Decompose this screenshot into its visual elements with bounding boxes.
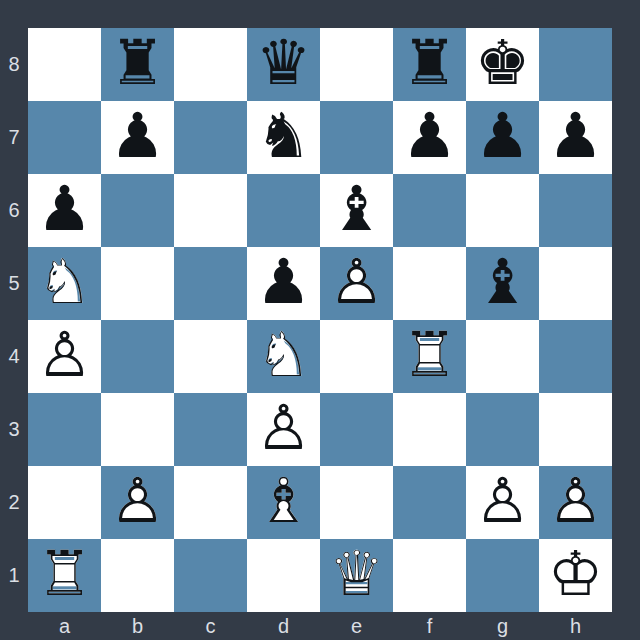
queen-outline-glyph: ♕ xyxy=(320,537,393,610)
rank-label-4: 4 xyxy=(0,320,28,393)
piece-black-pawn[interactable]: ♟ xyxy=(393,101,466,174)
square-b6[interactable] xyxy=(101,174,174,247)
square-b1[interactable] xyxy=(101,539,174,612)
square-b7[interactable]: ♟ xyxy=(101,101,174,174)
pawn-solid-glyph: ♟ xyxy=(101,99,174,172)
square-g5[interactable]: ♝ xyxy=(466,247,539,320)
square-a4[interactable]: ♟♙ xyxy=(28,320,101,393)
square-d6[interactable] xyxy=(247,174,320,247)
chess-board: ♜♛♜♚♟♞♟♟♟♟♝♞♘♟♟♙♝♟♙♞♘♜♖♟♙♟♙♝♗♟♙♟♙♜♖♛♕♚♔ xyxy=(28,28,612,612)
piece-white-pawn[interactable]: ♟♙ xyxy=(28,320,101,393)
piece-white-pawn[interactable]: ♟♙ xyxy=(247,393,320,466)
rook-solid-glyph: ♜ xyxy=(393,26,466,99)
file-label-f: f xyxy=(393,612,466,640)
square-a7[interactable] xyxy=(28,101,101,174)
rank-label-6: 6 xyxy=(0,174,28,247)
square-e8[interactable] xyxy=(320,28,393,101)
square-f3[interactable] xyxy=(393,393,466,466)
piece-black-pawn[interactable]: ♟ xyxy=(247,247,320,320)
queen-solid-glyph: ♛ xyxy=(247,26,320,99)
square-f6[interactable] xyxy=(393,174,466,247)
square-c7[interactable] xyxy=(174,101,247,174)
square-g3[interactable] xyxy=(466,393,539,466)
square-h3[interactable] xyxy=(539,393,612,466)
rank-labels: 87654321 xyxy=(0,28,28,612)
square-g4[interactable] xyxy=(466,320,539,393)
piece-black-rook[interactable]: ♜ xyxy=(393,28,466,101)
square-g2[interactable]: ♟♙ xyxy=(466,466,539,539)
file-label-g: g xyxy=(466,612,539,640)
rook-solid-glyph: ♜ xyxy=(101,26,174,99)
piece-black-pawn[interactable]: ♟ xyxy=(28,174,101,247)
square-d1[interactable] xyxy=(247,539,320,612)
pawn-outline-glyph: ♙ xyxy=(320,245,393,318)
square-h5[interactable] xyxy=(539,247,612,320)
pawn-outline-glyph: ♙ xyxy=(539,464,612,537)
square-d5[interactable]: ♟ xyxy=(247,247,320,320)
square-g6[interactable] xyxy=(466,174,539,247)
piece-white-rook[interactable]: ♜♖ xyxy=(393,320,466,393)
square-f4[interactable]: ♜♖ xyxy=(393,320,466,393)
piece-white-pawn[interactable]: ♟♙ xyxy=(101,466,174,539)
square-c1[interactable] xyxy=(174,539,247,612)
pawn-solid-glyph: ♟ xyxy=(393,99,466,172)
piece-white-rook[interactable]: ♜♖ xyxy=(28,539,101,612)
rank-label-5: 5 xyxy=(0,247,28,320)
rook-outline-glyph: ♖ xyxy=(393,318,466,391)
square-a5[interactable]: ♞♘ xyxy=(28,247,101,320)
square-a8[interactable] xyxy=(28,28,101,101)
square-b8[interactable]: ♜ xyxy=(101,28,174,101)
square-d3[interactable]: ♟♙ xyxy=(247,393,320,466)
square-f1[interactable] xyxy=(393,539,466,612)
square-e1[interactable]: ♛♕ xyxy=(320,539,393,612)
piece-black-king[interactable]: ♚ xyxy=(466,28,539,101)
square-c4[interactable] xyxy=(174,320,247,393)
pawn-solid-glyph: ♟ xyxy=(247,245,320,318)
square-a6[interactable]: ♟ xyxy=(28,174,101,247)
square-h4[interactable] xyxy=(539,320,612,393)
square-e5[interactable]: ♟♙ xyxy=(320,247,393,320)
square-f5[interactable] xyxy=(393,247,466,320)
file-label-e: e xyxy=(320,612,393,640)
pawn-solid-glyph: ♟ xyxy=(28,172,101,245)
rook-outline-glyph: ♖ xyxy=(28,537,101,610)
pawn-solid-glyph: ♟ xyxy=(539,99,612,172)
file-label-h: h xyxy=(539,612,612,640)
rank-label-7: 7 xyxy=(0,101,28,174)
piece-black-pawn[interactable]: ♟ xyxy=(466,101,539,174)
square-e7[interactable] xyxy=(320,101,393,174)
square-a3[interactable] xyxy=(28,393,101,466)
file-labels: abcdefgh xyxy=(28,612,612,640)
file-label-c: c xyxy=(174,612,247,640)
rank-label-3: 3 xyxy=(0,393,28,466)
rank-label-1: 1 xyxy=(0,539,28,612)
square-d8[interactable]: ♛ xyxy=(247,28,320,101)
knight-outline-glyph: ♘ xyxy=(247,318,320,391)
piece-black-bishop[interactable]: ♝ xyxy=(320,174,393,247)
square-c8[interactable] xyxy=(174,28,247,101)
square-g1[interactable] xyxy=(466,539,539,612)
rank-label-8: 8 xyxy=(0,28,28,101)
square-f2[interactable] xyxy=(393,466,466,539)
square-c2[interactable] xyxy=(174,466,247,539)
piece-white-king[interactable]: ♚♔ xyxy=(539,539,612,612)
file-label-b: b xyxy=(101,612,174,640)
piece-black-pawn[interactable]: ♟ xyxy=(101,101,174,174)
square-e2[interactable] xyxy=(320,466,393,539)
piece-white-pawn[interactable]: ♟♙ xyxy=(320,247,393,320)
square-h6[interactable] xyxy=(539,174,612,247)
piece-black-rook[interactable]: ♜ xyxy=(101,28,174,101)
square-b4[interactable] xyxy=(101,320,174,393)
square-h1[interactable]: ♚♔ xyxy=(539,539,612,612)
chess-app: 87654321 ♜♛♜♚♟♞♟♟♟♟♝♞♘♟♟♙♝♟♙♞♘♜♖♟♙♟♙♝♗♟♙… xyxy=(0,0,640,640)
bishop-solid-glyph: ♝ xyxy=(466,245,539,318)
square-h8[interactable] xyxy=(539,28,612,101)
pawn-outline-glyph: ♙ xyxy=(466,464,539,537)
pawn-outline-glyph: ♙ xyxy=(101,464,174,537)
square-h7[interactable]: ♟ xyxy=(539,101,612,174)
king-solid-glyph: ♚ xyxy=(466,26,539,99)
square-e4[interactable] xyxy=(320,320,393,393)
square-d2[interactable]: ♝♗ xyxy=(247,466,320,539)
knight-outline-glyph: ♘ xyxy=(28,245,101,318)
square-c5[interactable] xyxy=(174,247,247,320)
piece-white-knight[interactable]: ♞♘ xyxy=(247,320,320,393)
pawn-solid-glyph: ♟ xyxy=(466,99,539,172)
piece-white-queen[interactable]: ♛♕ xyxy=(320,539,393,612)
rank-label-2: 2 xyxy=(0,466,28,539)
square-d4[interactable]: ♞♘ xyxy=(247,320,320,393)
square-b2[interactable]: ♟♙ xyxy=(101,466,174,539)
knight-solid-glyph: ♞ xyxy=(247,99,320,172)
piece-white-bishop[interactable]: ♝♗ xyxy=(247,466,320,539)
square-f8[interactable]: ♜ xyxy=(393,28,466,101)
piece-white-pawn[interactable]: ♟♙ xyxy=(539,466,612,539)
file-label-a: a xyxy=(28,612,101,640)
piece-black-pawn[interactable]: ♟ xyxy=(539,101,612,174)
square-a2[interactable] xyxy=(28,466,101,539)
piece-black-knight[interactable]: ♞ xyxy=(247,101,320,174)
file-label-d: d xyxy=(247,612,320,640)
square-e6[interactable]: ♝ xyxy=(320,174,393,247)
piece-white-knight[interactable]: ♞♘ xyxy=(28,247,101,320)
king-outline-glyph: ♔ xyxy=(539,537,612,610)
piece-black-queen[interactable]: ♛ xyxy=(247,28,320,101)
piece-black-bishop[interactable]: ♝ xyxy=(466,247,539,320)
square-b5[interactable] xyxy=(101,247,174,320)
square-e3[interactable] xyxy=(320,393,393,466)
square-h2[interactable]: ♟♙ xyxy=(539,466,612,539)
pawn-outline-glyph: ♙ xyxy=(247,391,320,464)
square-g8[interactable]: ♚ xyxy=(466,28,539,101)
bishop-solid-glyph: ♝ xyxy=(320,172,393,245)
bishop-outline-glyph: ♗ xyxy=(247,464,320,537)
square-d7[interactable]: ♞ xyxy=(247,101,320,174)
square-c3[interactable] xyxy=(174,393,247,466)
square-g7[interactable]: ♟ xyxy=(466,101,539,174)
piece-white-pawn[interactable]: ♟♙ xyxy=(466,466,539,539)
pawn-outline-glyph: ♙ xyxy=(28,318,101,391)
square-b3[interactable] xyxy=(101,393,174,466)
square-c6[interactable] xyxy=(174,174,247,247)
square-a1[interactable]: ♜♖ xyxy=(28,539,101,612)
square-f7[interactable]: ♟ xyxy=(393,101,466,174)
